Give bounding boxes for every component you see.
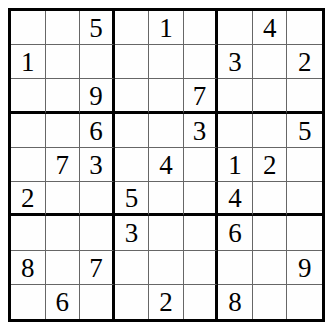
cell-r4c4[interactable] — [115, 114, 150, 148]
cell-r8c4[interactable] — [115, 251, 150, 285]
cell-r1c4[interactable] — [115, 11, 150, 45]
cell-r9c8[interactable] — [253, 285, 288, 319]
given-digit: 2 — [21, 185, 35, 212]
given-digit: 2 — [298, 49, 312, 76]
given-digit: 3 — [228, 49, 242, 76]
cell-r2c2[interactable] — [46, 45, 81, 79]
cell-r2c7: 3 — [218, 45, 253, 79]
cell-r7c4: 3 — [115, 216, 150, 250]
cell-r5c6[interactable] — [184, 148, 219, 182]
cell-r3c5[interactable] — [149, 79, 184, 113]
cell-r3c9[interactable] — [287, 79, 322, 113]
cell-r3c8[interactable] — [253, 79, 288, 113]
given-digit: 2 — [263, 152, 277, 179]
given-digit: 7 — [56, 152, 70, 179]
given-digit: 3 — [193, 118, 207, 145]
cell-r7c5[interactable] — [149, 216, 184, 250]
cell-r6c3[interactable] — [80, 182, 115, 216]
given-digit: 9 — [89, 83, 103, 110]
cell-r7c7: 6 — [218, 216, 253, 250]
cell-r3c7[interactable] — [218, 79, 253, 113]
sudoku-board: 514132976357341225436879628 — [8, 8, 325, 322]
cell-r9c3[interactable] — [80, 285, 115, 319]
cell-r1c3: 5 — [80, 11, 115, 45]
cell-r9c5: 2 — [149, 285, 184, 319]
cell-r4c8[interactable] — [253, 114, 288, 148]
cell-r6c7: 4 — [218, 182, 253, 216]
cell-r2c6[interactable] — [184, 45, 219, 79]
cell-r3c4[interactable] — [115, 79, 150, 113]
cell-r6c5[interactable] — [149, 182, 184, 216]
given-digit: 4 — [263, 15, 277, 42]
cell-r3c3: 9 — [80, 79, 115, 113]
cell-r7c9[interactable] — [287, 216, 322, 250]
cell-r7c8[interactable] — [253, 216, 288, 250]
cell-r2c9: 2 — [287, 45, 322, 79]
cell-r5c2: 7 — [46, 148, 81, 182]
given-digit: 9 — [298, 255, 312, 282]
given-digit: 7 — [193, 83, 207, 110]
given-digit: 8 — [228, 289, 242, 316]
cell-r1c8: 4 — [253, 11, 288, 45]
given-digit: 3 — [89, 152, 103, 179]
cell-r5c9[interactable] — [287, 148, 322, 182]
given-digit: 6 — [56, 289, 70, 316]
given-digit: 5 — [125, 185, 139, 212]
cell-r6c6[interactable] — [184, 182, 219, 216]
cell-r5c7: 1 — [218, 148, 253, 182]
cell-r2c4[interactable] — [115, 45, 150, 79]
cell-r9c2: 6 — [46, 285, 81, 319]
cell-r2c3[interactable] — [80, 45, 115, 79]
cell-r1c5: 1 — [149, 11, 184, 45]
cell-r6c8[interactable] — [253, 182, 288, 216]
cell-r6c4: 5 — [115, 182, 150, 216]
cell-r9c4[interactable] — [115, 285, 150, 319]
cell-r1c6[interactable] — [184, 11, 219, 45]
cell-r6c2[interactable] — [46, 182, 81, 216]
cell-r8c8[interactable] — [253, 251, 288, 285]
cell-r5c1[interactable] — [11, 148, 46, 182]
cell-r6c9[interactable] — [287, 182, 322, 216]
given-digit: 8 — [21, 255, 35, 282]
cell-r6c1: 2 — [11, 182, 46, 216]
cell-r4c5[interactable] — [149, 114, 184, 148]
cell-r8c7[interactable] — [218, 251, 253, 285]
given-digit: 2 — [159, 289, 173, 316]
cell-r8c2[interactable] — [46, 251, 81, 285]
cell-r8c6[interactable] — [184, 251, 219, 285]
cell-r1c1[interactable] — [11, 11, 46, 45]
cell-r4c9: 5 — [287, 114, 322, 148]
cell-r7c1[interactable] — [11, 216, 46, 250]
cell-r8c5[interactable] — [149, 251, 184, 285]
cell-r4c6: 3 — [184, 114, 219, 148]
cell-r3c6: 7 — [184, 79, 219, 113]
given-digit: 1 — [159, 15, 173, 42]
cell-r7c6[interactable] — [184, 216, 219, 250]
cell-r5c8: 2 — [253, 148, 288, 182]
given-digit: 6 — [228, 220, 242, 247]
cell-r2c8[interactable] — [253, 45, 288, 79]
cell-r3c1[interactable] — [11, 79, 46, 113]
cell-r9c6[interactable] — [184, 285, 219, 319]
cell-r8c3: 7 — [80, 251, 115, 285]
cell-r5c3: 3 — [80, 148, 115, 182]
cell-r8c9: 9 — [287, 251, 322, 285]
cell-r1c7[interactable] — [218, 11, 253, 45]
given-digit: 5 — [89, 15, 103, 42]
given-digit: 4 — [159, 152, 173, 179]
cell-r5c5: 4 — [149, 148, 184, 182]
cell-r7c3[interactable] — [80, 216, 115, 250]
given-digit: 4 — [228, 185, 242, 212]
cell-r2c1: 1 — [11, 45, 46, 79]
given-digit: 1 — [228, 152, 242, 179]
cell-r3c2[interactable] — [46, 79, 81, 113]
cell-r9c9[interactable] — [287, 285, 322, 319]
cell-r1c9[interactable] — [287, 11, 322, 45]
cell-r4c3: 6 — [80, 114, 115, 148]
cell-r7c2[interactable] — [46, 216, 81, 250]
sudoku-page: 514132976357341225436879628 — [0, 0, 333, 329]
given-digit: 1 — [21, 49, 35, 76]
cell-r5c4[interactable] — [115, 148, 150, 182]
cell-r1c2[interactable] — [46, 11, 81, 45]
cell-r4c7[interactable] — [218, 114, 253, 148]
given-digit: 5 — [298, 118, 312, 145]
cell-r9c7: 8 — [218, 285, 253, 319]
cell-r4c1[interactable] — [11, 114, 46, 148]
cell-r2c5[interactable] — [149, 45, 184, 79]
cell-r4c2[interactable] — [46, 114, 81, 148]
given-digit: 6 — [89, 118, 103, 145]
given-digit: 7 — [89, 255, 103, 282]
given-digit: 3 — [125, 220, 139, 247]
cell-r9c1[interactable] — [11, 285, 46, 319]
cell-r8c1: 8 — [11, 251, 46, 285]
